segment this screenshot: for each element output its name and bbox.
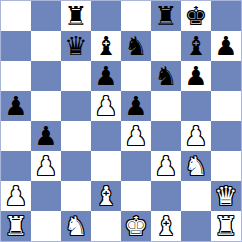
- square-d4[interactable]: [91, 121, 121, 151]
- white-pawn-icon: ♟: [184, 123, 207, 149]
- black-rook-icon: ♜: [64, 3, 87, 29]
- square-f6[interactable]: ♞: [151, 61, 181, 91]
- square-g2[interactable]: [181, 181, 211, 211]
- square-f5[interactable]: [151, 91, 181, 121]
- white-king-icon: ♚: [124, 213, 147, 239]
- square-e4[interactable]: ♟: [121, 121, 151, 151]
- square-b1[interactable]: [31, 211, 61, 241]
- square-h8[interactable]: [211, 1, 241, 31]
- white-bishop-icon: ♝: [154, 213, 177, 239]
- square-e3[interactable]: [121, 151, 151, 181]
- square-c8[interactable]: ♜: [61, 1, 91, 31]
- square-a2[interactable]: ♟: [1, 181, 31, 211]
- square-h1[interactable]: ♜: [211, 211, 241, 241]
- square-g5[interactable]: [181, 91, 211, 121]
- chess-board: ♜♜♚♛♝♞♝♟♟♞♟♟♟♟♟♟♟♟♟♞♟♝♛♜♞♚♝♜: [0, 0, 242, 242]
- black-bishop-icon: ♝: [94, 33, 117, 59]
- square-a6[interactable]: [1, 61, 31, 91]
- square-b2[interactable]: [31, 181, 61, 211]
- square-e5[interactable]: ♟: [121, 91, 151, 121]
- black-pawn-icon: ♟: [34, 123, 57, 149]
- square-a3[interactable]: [1, 151, 31, 181]
- square-e1[interactable]: ♚: [121, 211, 151, 241]
- square-d2[interactable]: ♝: [91, 181, 121, 211]
- square-h6[interactable]: [211, 61, 241, 91]
- square-c6[interactable]: [61, 61, 91, 91]
- square-c7[interactable]: ♛: [61, 31, 91, 61]
- square-h4[interactable]: [211, 121, 241, 151]
- black-pawn-icon: ♟: [94, 63, 117, 89]
- black-bishop-icon: ♝: [184, 33, 207, 59]
- square-b3[interactable]: ♟: [31, 151, 61, 181]
- square-d7[interactable]: ♝: [91, 31, 121, 61]
- square-b5[interactable]: [31, 91, 61, 121]
- square-d1[interactable]: [91, 211, 121, 241]
- square-f3[interactable]: ♟: [151, 151, 181, 181]
- white-pawn-icon: ♟: [34, 153, 57, 179]
- square-c3[interactable]: [61, 151, 91, 181]
- white-knight-icon: ♞: [184, 153, 207, 179]
- square-h5[interactable]: [211, 91, 241, 121]
- square-c1[interactable]: ♞: [61, 211, 91, 241]
- square-g8[interactable]: ♚: [181, 1, 211, 31]
- square-b7[interactable]: [31, 31, 61, 61]
- black-pawn-icon: ♟: [124, 93, 147, 119]
- square-c2[interactable]: [61, 181, 91, 211]
- white-pawn-icon: ♟: [124, 123, 147, 149]
- square-a7[interactable]: [1, 31, 31, 61]
- white-pawn-icon: ♟: [154, 153, 177, 179]
- square-e2[interactable]: [121, 181, 151, 211]
- square-d6[interactable]: ♟: [91, 61, 121, 91]
- black-pawn-icon: ♟: [214, 33, 237, 59]
- square-a5[interactable]: ♟: [1, 91, 31, 121]
- black-knight-icon: ♞: [154, 63, 177, 89]
- square-g3[interactable]: ♞: [181, 151, 211, 181]
- black-king-icon: ♚: [184, 3, 207, 29]
- square-h3[interactable]: [211, 151, 241, 181]
- square-e8[interactable]: [121, 1, 151, 31]
- square-a4[interactable]: [1, 121, 31, 151]
- white-knight-icon: ♞: [64, 213, 87, 239]
- square-f2[interactable]: [151, 181, 181, 211]
- square-c4[interactable]: [61, 121, 91, 151]
- white-rook-icon: ♜: [4, 213, 27, 239]
- black-pawn-icon: ♟: [184, 63, 207, 89]
- black-rook-icon: ♜: [154, 3, 177, 29]
- square-g6[interactable]: ♟: [181, 61, 211, 91]
- square-e7[interactable]: ♞: [121, 31, 151, 61]
- white-queen-icon: ♛: [214, 183, 237, 209]
- square-h2[interactable]: ♛: [211, 181, 241, 211]
- black-pawn-icon: ♟: [4, 93, 27, 119]
- white-pawn-icon: ♟: [94, 93, 117, 119]
- square-h7[interactable]: ♟: [211, 31, 241, 61]
- square-f1[interactable]: ♝: [151, 211, 181, 241]
- white-bishop-icon: ♝: [94, 183, 117, 209]
- square-d3[interactable]: [91, 151, 121, 181]
- square-g1[interactable]: [181, 211, 211, 241]
- square-e6[interactable]: [121, 61, 151, 91]
- square-f4[interactable]: [151, 121, 181, 151]
- black-knight-icon: ♞: [124, 33, 147, 59]
- square-f8[interactable]: ♜: [151, 1, 181, 31]
- square-b6[interactable]: [31, 61, 61, 91]
- square-g4[interactable]: ♟: [181, 121, 211, 151]
- square-g7[interactable]: ♝: [181, 31, 211, 61]
- black-queen-icon: ♛: [64, 33, 87, 59]
- square-c5[interactable]: [61, 91, 91, 121]
- square-a8[interactable]: [1, 1, 31, 31]
- square-a1[interactable]: ♜: [1, 211, 31, 241]
- white-rook-icon: ♜: [214, 213, 237, 239]
- square-b4[interactable]: ♟: [31, 121, 61, 151]
- white-pawn-icon: ♟: [4, 183, 27, 209]
- square-f7[interactable]: [151, 31, 181, 61]
- square-d5[interactable]: ♟: [91, 91, 121, 121]
- square-b8[interactable]: [31, 1, 61, 31]
- square-d8[interactable]: [91, 1, 121, 31]
